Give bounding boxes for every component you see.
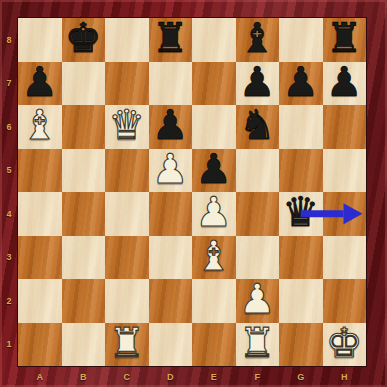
rank-label-7: 7 xyxy=(0,62,18,106)
square-h7[interactable]: ♟ xyxy=(323,62,367,106)
rank-label-6: 6 xyxy=(0,105,18,149)
rank-labels: 87654321 xyxy=(0,18,18,366)
square-c5[interactable] xyxy=(105,149,149,193)
piece-white-pawn[interactable]: ♟ xyxy=(239,279,276,320)
piece-black-rook[interactable]: ♜ xyxy=(152,18,189,59)
piece-black-pawn[interactable]: ♟ xyxy=(21,62,58,103)
square-d6[interactable]: ♟ xyxy=(149,105,193,149)
rank-label-4: 4 xyxy=(0,192,18,236)
piece-black-king[interactable]: ♚ xyxy=(65,18,102,59)
square-a6[interactable]: ♝ xyxy=(18,105,62,149)
square-g2[interactable] xyxy=(279,279,323,323)
square-b2[interactable] xyxy=(62,279,106,323)
square-g7[interactable]: ♟ xyxy=(279,62,323,106)
square-e5[interactable]: ♟ xyxy=(192,149,236,193)
square-d8[interactable]: ♜ xyxy=(149,18,193,62)
square-a2[interactable] xyxy=(18,279,62,323)
rank-label-5: 5 xyxy=(0,149,18,193)
square-b8[interactable]: ♚ xyxy=(62,18,106,62)
square-e1[interactable] xyxy=(192,323,236,367)
square-b4[interactable] xyxy=(62,192,106,236)
square-f4[interactable] xyxy=(236,192,280,236)
square-c4[interactable] xyxy=(105,192,149,236)
square-b1[interactable] xyxy=(62,323,106,367)
rank-label-1: 1 xyxy=(0,323,18,367)
piece-white-bishop[interactable]: ♝ xyxy=(195,236,232,277)
square-e7[interactable] xyxy=(192,62,236,106)
rank-label-3: 3 xyxy=(0,236,18,280)
file-labels: ABCDEFGH xyxy=(18,366,366,387)
square-d1[interactable] xyxy=(149,323,193,367)
chess-board-frame: 87654321 ♚♜♝♜♟♟♟♟♝♛♟♞♟♟♟♛♝♟♜♜♚ ABCDEFGH xyxy=(0,0,387,387)
piece-black-pawn[interactable]: ♟ xyxy=(239,62,276,103)
piece-white-king[interactable]: ♚ xyxy=(326,323,363,364)
rank-label-8: 8 xyxy=(0,18,18,62)
file-label-d: D xyxy=(149,366,193,387)
square-a7[interactable]: ♟ xyxy=(18,62,62,106)
square-e6[interactable] xyxy=(192,105,236,149)
piece-white-rook[interactable]: ♜ xyxy=(108,323,145,364)
piece-white-pawn[interactable]: ♟ xyxy=(152,149,189,190)
piece-white-queen[interactable]: ♛ xyxy=(108,105,145,146)
file-label-c: C xyxy=(105,366,149,387)
square-f7[interactable]: ♟ xyxy=(236,62,280,106)
square-h1[interactable]: ♚ xyxy=(323,323,367,367)
square-h5[interactable] xyxy=(323,149,367,193)
square-b5[interactable] xyxy=(62,149,106,193)
square-c6[interactable]: ♛ xyxy=(105,105,149,149)
square-g4[interactable]: ♛ xyxy=(279,192,323,236)
square-h4[interactable] xyxy=(323,192,367,236)
piece-black-queen[interactable]: ♛ xyxy=(282,192,319,233)
square-g8[interactable] xyxy=(279,18,323,62)
square-c8[interactable] xyxy=(105,18,149,62)
square-c2[interactable] xyxy=(105,279,149,323)
piece-white-pawn[interactable]: ♟ xyxy=(195,192,232,233)
square-f8[interactable]: ♝ xyxy=(236,18,280,62)
square-d3[interactable] xyxy=(149,236,193,280)
square-c3[interactable] xyxy=(105,236,149,280)
piece-black-pawn[interactable]: ♟ xyxy=(195,149,232,190)
square-f2[interactable]: ♟ xyxy=(236,279,280,323)
rank-label-2: 2 xyxy=(0,279,18,323)
file-label-g: G xyxy=(279,366,323,387)
square-e4[interactable]: ♟ xyxy=(192,192,236,236)
square-h2[interactable] xyxy=(323,279,367,323)
square-f6[interactable]: ♞ xyxy=(236,105,280,149)
square-g3[interactable] xyxy=(279,236,323,280)
square-a1[interactable] xyxy=(18,323,62,367)
square-g5[interactable] xyxy=(279,149,323,193)
file-label-b: B xyxy=(62,366,106,387)
piece-white-rook[interactable]: ♜ xyxy=(239,323,276,364)
square-h6[interactable] xyxy=(323,105,367,149)
square-d5[interactable]: ♟ xyxy=(149,149,193,193)
square-a8[interactable] xyxy=(18,18,62,62)
square-f3[interactable] xyxy=(236,236,280,280)
square-f5[interactable] xyxy=(236,149,280,193)
square-e2[interactable] xyxy=(192,279,236,323)
square-d4[interactable] xyxy=(149,192,193,236)
square-b6[interactable] xyxy=(62,105,106,149)
square-e3[interactable]: ♝ xyxy=(192,236,236,280)
file-label-h: H xyxy=(323,366,367,387)
square-d7[interactable] xyxy=(149,62,193,106)
square-e8[interactable] xyxy=(192,18,236,62)
square-a5[interactable] xyxy=(18,149,62,193)
square-a3[interactable] xyxy=(18,236,62,280)
square-b7[interactable] xyxy=(62,62,106,106)
piece-black-pawn[interactable]: ♟ xyxy=(326,62,363,103)
square-c1[interactable]: ♜ xyxy=(105,323,149,367)
square-h8[interactable]: ♜ xyxy=(323,18,367,62)
piece-black-pawn[interactable]: ♟ xyxy=(152,105,189,146)
square-a4[interactable] xyxy=(18,192,62,236)
file-label-e: E xyxy=(192,366,236,387)
piece-white-bishop[interactable]: ♝ xyxy=(21,105,58,146)
piece-black-bishop[interactable]: ♝ xyxy=(239,18,276,59)
square-g1[interactable] xyxy=(279,323,323,367)
square-g6[interactable] xyxy=(279,105,323,149)
file-label-f: F xyxy=(236,366,280,387)
square-c7[interactable] xyxy=(105,62,149,106)
square-b3[interactable] xyxy=(62,236,106,280)
piece-black-knight[interactable]: ♞ xyxy=(239,105,276,146)
file-label-a: A xyxy=(18,366,62,387)
piece-black-rook[interactable]: ♜ xyxy=(326,18,363,59)
square-h3[interactable] xyxy=(323,236,367,280)
chess-board[interactable]: ♚♜♝♜♟♟♟♟♝♛♟♞♟♟♟♛♝♟♜♜♚ xyxy=(18,18,366,366)
piece-black-pawn[interactable]: ♟ xyxy=(282,62,319,103)
square-f1[interactable]: ♜ xyxy=(236,323,280,367)
square-d2[interactable] xyxy=(149,279,193,323)
